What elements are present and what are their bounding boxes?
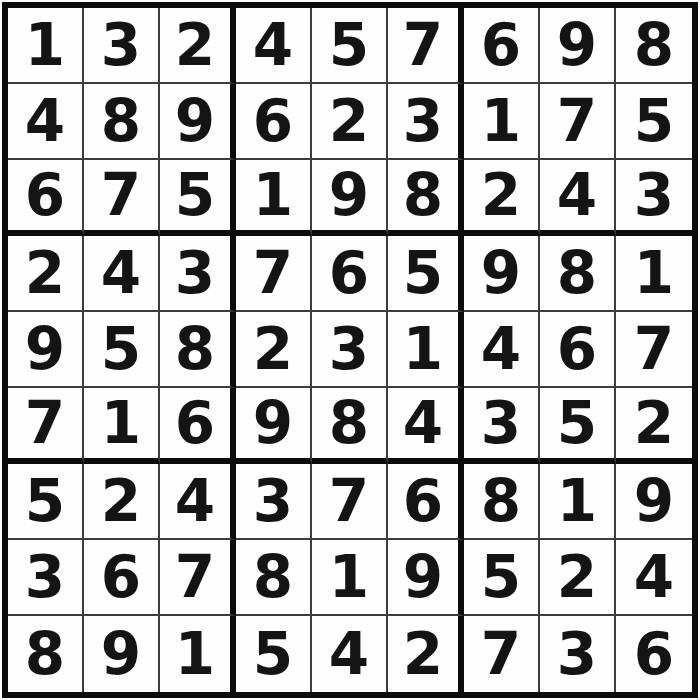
cell-r7c2: 2: [84, 464, 160, 540]
cell-r4c7: 9: [464, 236, 540, 312]
sudoku-board: 1324576984896231756751982432437659819582…: [2, 2, 698, 698]
cell-r1c1: 1: [8, 8, 84, 84]
cell-r8c9: 4: [616, 540, 692, 616]
cell-r3c1: 6: [8, 160, 84, 236]
cell-r3c5: 9: [312, 160, 388, 236]
cell-r1c7: 6: [464, 8, 540, 84]
cell-r9c7: 7: [464, 616, 540, 692]
cell-r9c6: 2: [388, 616, 464, 692]
cell-r4c6: 5: [388, 236, 464, 312]
cell-r4c8: 8: [540, 236, 616, 312]
cell-r7c8: 1: [540, 464, 616, 540]
cell-r3c4: 1: [236, 160, 312, 236]
cell-r2c8: 7: [540, 84, 616, 160]
cell-r3c9: 3: [616, 160, 692, 236]
cell-r4c5: 6: [312, 236, 388, 312]
cell-r3c3: 5: [160, 160, 236, 236]
cell-r8c5: 1: [312, 540, 388, 616]
cell-r8c8: 2: [540, 540, 616, 616]
cell-r2c1: 4: [8, 84, 84, 160]
cell-r8c1: 3: [8, 540, 84, 616]
cell-r1c6: 7: [388, 8, 464, 84]
cell-r5c4: 2: [236, 312, 312, 388]
cell-r2c7: 1: [464, 84, 540, 160]
cell-r5c2: 5: [84, 312, 160, 388]
cell-r6c3: 6: [160, 388, 236, 464]
cell-r4c2: 4: [84, 236, 160, 312]
cell-r4c4: 7: [236, 236, 312, 312]
cell-r3c6: 8: [388, 160, 464, 236]
cell-r8c2: 6: [84, 540, 160, 616]
cell-r7c9: 9: [616, 464, 692, 540]
cell-r6c7: 3: [464, 388, 540, 464]
cell-r8c7: 5: [464, 540, 540, 616]
cell-r4c1: 2: [8, 236, 84, 312]
cell-r5c1: 9: [8, 312, 84, 388]
cell-r6c6: 4: [388, 388, 464, 464]
cell-r9c8: 3: [540, 616, 616, 692]
page-background: 1324576984896231756751982432437659819582…: [0, 0, 700, 700]
cell-r9c3: 1: [160, 616, 236, 692]
cell-r3c8: 4: [540, 160, 616, 236]
cell-r7c3: 4: [160, 464, 236, 540]
cell-r5c5: 3: [312, 312, 388, 388]
cell-r2c5: 2: [312, 84, 388, 160]
cell-r7c7: 8: [464, 464, 540, 540]
cell-r3c2: 7: [84, 160, 160, 236]
cell-r7c1: 5: [8, 464, 84, 540]
cell-r8c6: 9: [388, 540, 464, 616]
cell-r4c3: 3: [160, 236, 236, 312]
cell-r9c1: 8: [8, 616, 84, 692]
cell-r9c2: 9: [84, 616, 160, 692]
cell-r8c3: 7: [160, 540, 236, 616]
cell-r1c5: 5: [312, 8, 388, 84]
cell-r7c6: 6: [388, 464, 464, 540]
cell-r9c9: 6: [616, 616, 692, 692]
cell-r6c1: 7: [8, 388, 84, 464]
cell-r6c5: 8: [312, 388, 388, 464]
cell-r5c6: 1: [388, 312, 464, 388]
cell-r3c7: 2: [464, 160, 540, 236]
cell-r1c8: 9: [540, 8, 616, 84]
cell-r1c4: 4: [236, 8, 312, 84]
cell-r2c2: 8: [84, 84, 160, 160]
cell-r6c9: 2: [616, 388, 692, 464]
cell-r1c9: 8: [616, 8, 692, 84]
cell-r1c2: 3: [84, 8, 160, 84]
cell-r1c3: 2: [160, 8, 236, 84]
cell-r5c3: 8: [160, 312, 236, 388]
cell-r5c8: 6: [540, 312, 616, 388]
cell-r4c9: 1: [616, 236, 692, 312]
cell-r7c4: 3: [236, 464, 312, 540]
cell-r2c3: 9: [160, 84, 236, 160]
cell-r5c9: 7: [616, 312, 692, 388]
cell-r6c4: 9: [236, 388, 312, 464]
cell-r8c4: 8: [236, 540, 312, 616]
cell-r2c4: 6: [236, 84, 312, 160]
cell-r6c2: 1: [84, 388, 160, 464]
cell-r5c7: 4: [464, 312, 540, 388]
cell-r2c6: 3: [388, 84, 464, 160]
cell-r6c8: 5: [540, 388, 616, 464]
cell-r9c5: 4: [312, 616, 388, 692]
cell-r9c4: 5: [236, 616, 312, 692]
cell-r7c5: 7: [312, 464, 388, 540]
cell-r2c9: 5: [616, 84, 692, 160]
